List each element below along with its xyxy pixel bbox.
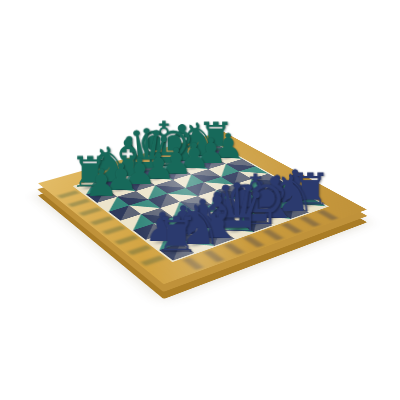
blue-rook-a1[interactable]: ♜ [145,171,207,251]
chess-board[interactable]: ♜♞♝♛♚♝♞♜♟♟♟♟♟♟♟♟♟♟♟♟♟♟♟♟♜♞♝♛♚♝♞♜ [38,131,367,284]
product-photo: ♜♞♝♛♚♝♞♜♟♟♟♟♟♟♟♟♟♟♟♟♟♟♟♟♜♞♝♛♚♝♞♜ [0,0,400,400]
